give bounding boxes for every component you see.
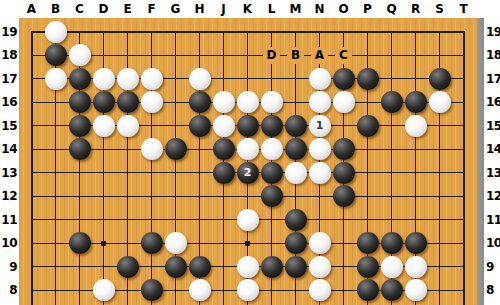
point-P11[interactable] [356, 208, 380, 232]
point-N13[interactable] [308, 161, 332, 185]
point-N17[interactable] [308, 67, 332, 91]
point-T14[interactable] [452, 137, 476, 161]
stone-black-O17 [333, 68, 355, 90]
point-Q19[interactable] [380, 20, 404, 44]
point-M12[interactable] [284, 184, 308, 208]
point-K17[interactable] [236, 67, 260, 91]
point-O19[interactable] [332, 20, 356, 44]
point-F12[interactable] [140, 184, 164, 208]
stone-black-M11 [285, 209, 307, 231]
point-R11[interactable] [404, 208, 428, 232]
stone-black-R16 [405, 91, 427, 113]
point-C16[interactable] [68, 90, 92, 114]
point-L11[interactable] [260, 208, 284, 232]
coord-right-10: 10 [486, 237, 500, 249]
point-G19[interactable] [164, 20, 188, 44]
point-P15[interactable] [356, 114, 380, 138]
coord-left-17: 17 [0, 73, 17, 85]
point-T17[interactable] [452, 67, 476, 91]
point-A15[interactable] [20, 114, 44, 138]
point-S12[interactable] [428, 184, 452, 208]
stone-white-K9 [237, 256, 259, 278]
point-N16[interactable] [308, 90, 332, 114]
point-label-C: C [335, 47, 352, 64]
point-M14[interactable] [284, 137, 308, 161]
point-D8[interactable] [92, 278, 116, 302]
point-O13[interactable] [332, 161, 356, 185]
point-S15[interactable] [428, 114, 452, 138]
point-O17[interactable] [332, 67, 356, 91]
point-J18[interactable] [212, 43, 236, 67]
point-H8[interactable] [188, 278, 212, 302]
point-S9[interactable] [428, 255, 452, 279]
point-O15[interactable] [332, 114, 356, 138]
point-R13[interactable] [404, 161, 428, 185]
point-M15[interactable] [284, 114, 308, 138]
point-C19[interactable] [68, 20, 92, 44]
point-D16[interactable] [92, 90, 116, 114]
point-J19[interactable] [212, 20, 236, 44]
coord-top-O: O [332, 3, 356, 15]
point-B13[interactable] [44, 161, 68, 185]
point-E19[interactable] [116, 20, 140, 44]
coord-right-9: 9 [486, 261, 500, 273]
point-H17[interactable] [188, 67, 212, 91]
point-O9[interactable] [332, 255, 356, 279]
point-T15[interactable] [452, 114, 476, 138]
point-R19[interactable] [404, 20, 428, 44]
point-L17[interactable] [260, 67, 284, 91]
point-S8[interactable] [428, 278, 452, 302]
point-C9[interactable] [68, 255, 92, 279]
point-S17[interactable] [428, 67, 452, 91]
point-J16[interactable] [212, 90, 236, 114]
point-T9[interactable] [452, 255, 476, 279]
stone-black-Q16 [381, 91, 403, 113]
point-S11[interactable] [428, 208, 452, 232]
point-C15[interactable] [68, 114, 92, 138]
stone-black-F8 [141, 279, 163, 301]
point-K19[interactable] [236, 20, 260, 44]
point-F19[interactable] [140, 20, 164, 44]
point-J14[interactable] [212, 137, 236, 161]
point-F11[interactable] [140, 208, 164, 232]
stone-white-H17 [189, 68, 211, 90]
stone-black-O13 [333, 162, 355, 184]
stone-white-E15 [117, 115, 139, 137]
point-G14[interactable] [164, 137, 188, 161]
point-J8[interactable] [212, 278, 236, 302]
point-A9[interactable] [20, 255, 44, 279]
point-L16[interactable] [260, 90, 284, 114]
stone-white-D15 [93, 115, 115, 137]
stone-black-S17 [429, 68, 451, 90]
point-A16[interactable] [20, 90, 44, 114]
coord-top-A: A [20, 3, 44, 15]
stone-black-Q10 [381, 232, 403, 254]
point-N14[interactable] [308, 137, 332, 161]
point-A18[interactable] [20, 43, 44, 67]
point-P18[interactable] [356, 43, 380, 67]
coord-left-8: 8 [0, 284, 17, 296]
point-A14[interactable] [20, 137, 44, 161]
point-Q9[interactable] [380, 255, 404, 279]
point-R10[interactable] [404, 231, 428, 255]
point-E8[interactable] [116, 278, 140, 302]
point-G18[interactable] [164, 43, 188, 67]
point-A17[interactable] [20, 67, 44, 91]
star-point-K10 [245, 241, 250, 246]
point-D11[interactable] [92, 208, 116, 232]
point-R15[interactable] [404, 114, 428, 138]
stone-black-H9 [189, 256, 211, 278]
stone-black-K15 [237, 115, 259, 137]
go-board: DBAC12 [19, 18, 477, 305]
point-F14[interactable] [140, 137, 164, 161]
point-G16[interactable] [164, 90, 188, 114]
stone-black-K13: 2 [237, 162, 259, 184]
point-Q18[interactable] [380, 43, 404, 67]
point-N9[interactable] [308, 255, 332, 279]
point-D10[interactable] [92, 231, 116, 255]
point-M8[interactable] [284, 278, 308, 302]
stone-white-M13 [285, 162, 307, 184]
point-G9[interactable] [164, 255, 188, 279]
point-K16[interactable] [236, 90, 260, 114]
point-D18[interactable] [92, 43, 116, 67]
point-T11[interactable] [452, 208, 476, 232]
point-B14[interactable] [44, 137, 68, 161]
coord-right-12: 12 [486, 190, 500, 202]
point-D15[interactable] [92, 114, 116, 138]
stone-white-L16 [261, 91, 283, 113]
point-M18[interactable]: B [284, 43, 308, 67]
point-H15[interactable] [188, 114, 212, 138]
point-M19[interactable] [284, 20, 308, 44]
point-A8[interactable] [20, 278, 44, 302]
point-J11[interactable] [212, 208, 236, 232]
point-A12[interactable] [20, 184, 44, 208]
point-D14[interactable] [92, 137, 116, 161]
point-C14[interactable] [68, 137, 92, 161]
coord-top-G: G [164, 3, 188, 15]
point-O14[interactable] [332, 137, 356, 161]
point-T19[interactable] [452, 20, 476, 44]
point-P10[interactable] [356, 231, 380, 255]
point-L14[interactable] [260, 137, 284, 161]
point-H9[interactable] [188, 255, 212, 279]
point-P17[interactable] [356, 67, 380, 91]
point-C18[interactable] [68, 43, 92, 67]
stone-black-L13 [261, 162, 283, 184]
point-F8[interactable] [140, 278, 164, 302]
point-K12[interactable] [236, 184, 260, 208]
point-M17[interactable] [284, 67, 308, 91]
point-L15[interactable] [260, 114, 284, 138]
point-Q14[interactable] [380, 137, 404, 161]
point-J10[interactable] [212, 231, 236, 255]
point-B10[interactable] [44, 231, 68, 255]
point-T16[interactable] [452, 90, 476, 114]
point-F10[interactable] [140, 231, 164, 255]
coord-top-E: E [116, 3, 140, 15]
point-L18[interactable]: D [260, 43, 284, 67]
stone-white-S16 [429, 91, 451, 113]
point-Q11[interactable] [380, 208, 404, 232]
point-R18[interactable] [404, 43, 428, 67]
point-J12[interactable] [212, 184, 236, 208]
point-F9[interactable] [140, 255, 164, 279]
point-D13[interactable] [92, 161, 116, 185]
point-K13[interactable]: 2 [236, 161, 260, 185]
point-R17[interactable] [404, 67, 428, 91]
stone-black-H15 [189, 115, 211, 137]
point-S10[interactable] [428, 231, 452, 255]
point-P19[interactable] [356, 20, 380, 44]
point-K14[interactable] [236, 137, 260, 161]
point-E11[interactable] [116, 208, 140, 232]
point-N18[interactable]: A [308, 43, 332, 67]
coord-top-T: T [452, 3, 476, 15]
point-E14[interactable] [116, 137, 140, 161]
point-L10[interactable] [260, 231, 284, 255]
point-F18[interactable] [140, 43, 164, 67]
point-R8[interactable] [404, 278, 428, 302]
board-edge-shadow [477, 18, 484, 305]
point-H13[interactable] [188, 161, 212, 185]
point-Q8[interactable] [380, 278, 404, 302]
point-N19[interactable] [308, 20, 332, 44]
stone-black-R10 [405, 232, 427, 254]
point-S16[interactable] [428, 90, 452, 114]
point-S14[interactable] [428, 137, 452, 161]
coord-left-10: 10 [0, 237, 17, 249]
point-F15[interactable] [140, 114, 164, 138]
stone-black-P9 [357, 256, 379, 278]
point-R12[interactable] [404, 184, 428, 208]
coord-top-S: S [428, 3, 452, 15]
point-K11[interactable] [236, 208, 260, 232]
point-E10[interactable] [116, 231, 140, 255]
point-B19[interactable] [44, 20, 68, 44]
point-H18[interactable] [188, 43, 212, 67]
point-R16[interactable] [404, 90, 428, 114]
point-N11[interactable] [308, 208, 332, 232]
point-E13[interactable] [116, 161, 140, 185]
coord-right-11: 11 [486, 214, 500, 226]
point-P16[interactable] [356, 90, 380, 114]
point-A11[interactable] [20, 208, 44, 232]
point-F16[interactable] [140, 90, 164, 114]
point-R9[interactable] [404, 255, 428, 279]
point-G10[interactable] [164, 231, 188, 255]
stone-white-N13 [309, 162, 331, 184]
point-R14[interactable] [404, 137, 428, 161]
point-P8[interactable] [356, 278, 380, 302]
point-S18[interactable] [428, 43, 452, 67]
point-L8[interactable] [260, 278, 284, 302]
point-B12[interactable] [44, 184, 68, 208]
star-point-D10 [101, 241, 106, 246]
point-E18[interactable] [116, 43, 140, 67]
point-K18[interactable] [236, 43, 260, 67]
stone-white-N15: 1 [309, 115, 331, 137]
point-T18[interactable] [452, 43, 476, 67]
point-T10[interactable] [452, 231, 476, 255]
point-D12[interactable] [92, 184, 116, 208]
point-A13[interactable] [20, 161, 44, 185]
point-Q12[interactable] [380, 184, 404, 208]
point-O18[interactable]: C [332, 43, 356, 67]
point-M16[interactable] [284, 90, 308, 114]
stone-white-F16 [141, 91, 163, 113]
stone-black-Q8 [381, 279, 403, 301]
point-G15[interactable] [164, 114, 188, 138]
point-F13[interactable] [140, 161, 164, 185]
point-label-D: D [263, 47, 280, 64]
point-O16[interactable] [332, 90, 356, 114]
point-label-A: A [311, 47, 328, 64]
point-S19[interactable] [428, 20, 452, 44]
point-H14[interactable] [188, 137, 212, 161]
point-H16[interactable] [188, 90, 212, 114]
coord-top-H: H [188, 3, 212, 15]
coord-left-11: 11 [0, 214, 17, 226]
point-G12[interactable] [164, 184, 188, 208]
stone-white-F17 [141, 68, 163, 90]
point-L9[interactable] [260, 255, 284, 279]
point-G8[interactable] [164, 278, 188, 302]
point-C13[interactable] [68, 161, 92, 185]
stone-black-E16 [117, 91, 139, 113]
move-label-1: 1 [316, 120, 324, 131]
point-B16[interactable] [44, 90, 68, 114]
coord-top-K: K [236, 3, 260, 15]
point-E16[interactable] [116, 90, 140, 114]
point-O11[interactable] [332, 208, 356, 232]
point-Q16[interactable] [380, 90, 404, 114]
point-O8[interactable] [332, 278, 356, 302]
point-K15[interactable] [236, 114, 260, 138]
coord-left-13: 13 [0, 167, 17, 179]
point-D19[interactable] [92, 20, 116, 44]
point-B11[interactable] [44, 208, 68, 232]
point-L19[interactable] [260, 20, 284, 44]
stone-black-L15 [261, 115, 283, 137]
stone-black-M9 [285, 256, 307, 278]
point-G11[interactable] [164, 208, 188, 232]
point-M13[interactable] [284, 161, 308, 185]
stone-white-D8 [93, 279, 115, 301]
move-label-2: 2 [244, 167, 252, 178]
point-G17[interactable] [164, 67, 188, 91]
point-L12[interactable] [260, 184, 284, 208]
point-D17[interactable] [92, 67, 116, 91]
point-P9[interactable] [356, 255, 380, 279]
point-N15[interactable]: 1 [308, 114, 332, 138]
stone-white-N14 [309, 138, 331, 160]
point-S13[interactable] [428, 161, 452, 185]
point-B15[interactable] [44, 114, 68, 138]
point-B17[interactable] [44, 67, 68, 91]
point-L13[interactable] [260, 161, 284, 185]
point-P14[interactable] [356, 137, 380, 161]
coord-top-C: C [68, 3, 92, 15]
point-J17[interactable] [212, 67, 236, 91]
coord-left-12: 12 [0, 190, 17, 202]
stone-white-B17 [45, 68, 67, 90]
point-O12[interactable] [332, 184, 356, 208]
point-A10[interactable] [20, 231, 44, 255]
point-T13[interactable] [452, 161, 476, 185]
point-J9[interactable] [212, 255, 236, 279]
point-M11[interactable] [284, 208, 308, 232]
board-points: DBAC12 [20, 20, 476, 302]
point-N8[interactable] [308, 278, 332, 302]
point-B9[interactable] [44, 255, 68, 279]
stone-black-P8 [357, 279, 379, 301]
point-A19[interactable] [20, 20, 44, 44]
point-B18[interactable] [44, 43, 68, 67]
point-K10[interactable] [236, 231, 260, 255]
point-T8[interactable] [452, 278, 476, 302]
point-H10[interactable] [188, 231, 212, 255]
point-E12[interactable] [116, 184, 140, 208]
point-J13[interactable] [212, 161, 236, 185]
coord-left-14: 14 [0, 143, 17, 155]
point-C12[interactable] [68, 184, 92, 208]
point-K8[interactable] [236, 278, 260, 302]
point-C11[interactable] [68, 208, 92, 232]
stone-black-L12 [261, 185, 283, 207]
point-C17[interactable] [68, 67, 92, 91]
point-B8[interactable] [44, 278, 68, 302]
point-E15[interactable] [116, 114, 140, 138]
point-T12[interactable] [452, 184, 476, 208]
point-D9[interactable] [92, 255, 116, 279]
coord-right-19: 19 [486, 26, 500, 38]
point-M9[interactable] [284, 255, 308, 279]
point-Q13[interactable] [380, 161, 404, 185]
point-E9[interactable] [116, 255, 140, 279]
point-H19[interactable] [188, 20, 212, 44]
coord-right-8: 8 [486, 284, 500, 296]
point-K9[interactable] [236, 255, 260, 279]
point-C10[interactable] [68, 231, 92, 255]
point-F17[interactable] [140, 67, 164, 91]
stone-white-K11 [237, 209, 259, 231]
point-P13[interactable] [356, 161, 380, 185]
coord-left-9: 9 [0, 261, 17, 273]
point-Q15[interactable] [380, 114, 404, 138]
stone-white-Q9 [381, 256, 403, 278]
point-P12[interactable] [356, 184, 380, 208]
coord-right-15: 15 [486, 120, 500, 132]
point-J15[interactable] [212, 114, 236, 138]
point-M10[interactable] [284, 231, 308, 255]
stone-white-R9 [405, 256, 427, 278]
point-C8[interactable] [68, 278, 92, 302]
point-O10[interactable] [332, 231, 356, 255]
point-Q10[interactable] [380, 231, 404, 255]
point-H12[interactable] [188, 184, 212, 208]
point-N12[interactable] [308, 184, 332, 208]
point-Q17[interactable] [380, 67, 404, 91]
point-N10[interactable] [308, 231, 332, 255]
point-G13[interactable] [164, 161, 188, 185]
point-H11[interactable] [188, 208, 212, 232]
point-E17[interactable] [116, 67, 140, 91]
